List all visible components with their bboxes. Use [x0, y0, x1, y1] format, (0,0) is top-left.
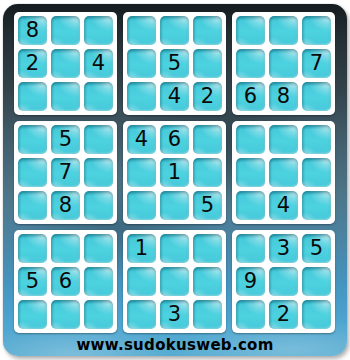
cell-r2c8[interactable] — [269, 49, 298, 78]
cell-r8c3[interactable] — [84, 267, 113, 296]
cell-r8c7[interactable]: 9 — [236, 267, 265, 296]
cell-r5c9[interactable] — [302, 158, 331, 187]
cell-r5c4[interactable] — [127, 158, 156, 187]
box-1-0: 578 — [14, 121, 117, 224]
cell-r3c7[interactable]: 6 — [236, 82, 265, 111]
cell-r5c7[interactable] — [236, 158, 265, 187]
cell-r7c7[interactable] — [236, 234, 265, 263]
cell-r9c9[interactable] — [302, 300, 331, 329]
cell-r3c8[interactable]: 8 — [269, 82, 298, 111]
cell-r1c3[interactable] — [84, 16, 113, 45]
sudoku-widget: 8245427685784615456133592 www.sudokusweb… — [3, 4, 347, 356]
cell-r4c3[interactable] — [84, 125, 113, 154]
cell-r1c4[interactable] — [127, 16, 156, 45]
cell-r6c2[interactable]: 8 — [51, 191, 80, 220]
cell-r6c7[interactable] — [236, 191, 265, 220]
cell-r1c8[interactable] — [269, 16, 298, 45]
cell-r8c2[interactable]: 6 — [51, 267, 80, 296]
cell-r1c6[interactable] — [193, 16, 222, 45]
cell-r2c6[interactable] — [193, 49, 222, 78]
cell-r5c2[interactable]: 7 — [51, 158, 80, 187]
cell-r4c5[interactable]: 6 — [160, 125, 189, 154]
cell-r9c4[interactable] — [127, 300, 156, 329]
cell-r6c8[interactable]: 4 — [269, 191, 298, 220]
cell-r6c3[interactable] — [84, 191, 113, 220]
box-1-1: 4615 — [123, 121, 226, 224]
cell-r9c3[interactable] — [84, 300, 113, 329]
cell-r3c6[interactable]: 2 — [193, 82, 222, 111]
cell-r4c6[interactable] — [193, 125, 222, 154]
footer: www.sudokusweb.com — [3, 335, 347, 355]
cell-r8c1[interactable]: 5 — [18, 267, 47, 296]
cell-r5c1[interactable] — [18, 158, 47, 187]
cell-r8c9[interactable] — [302, 267, 331, 296]
cell-r2c2[interactable] — [51, 49, 80, 78]
cell-r9c6[interactable] — [193, 300, 222, 329]
cell-r4c9[interactable] — [302, 125, 331, 154]
cell-r7c9[interactable]: 5 — [302, 234, 331, 263]
cell-r4c4[interactable]: 4 — [127, 125, 156, 154]
cell-r3c1[interactable] — [18, 82, 47, 111]
cell-r6c4[interactable] — [127, 191, 156, 220]
cell-r2c4[interactable] — [127, 49, 156, 78]
cell-r6c5[interactable] — [160, 191, 189, 220]
cell-r2c9[interactable]: 7 — [302, 49, 331, 78]
site-url-link[interactable]: www.sudokusweb.com — [76, 336, 273, 354]
box-1-2: 4 — [232, 121, 335, 224]
cell-r2c3[interactable]: 4 — [84, 49, 113, 78]
box-2-0: 56 — [14, 230, 117, 333]
cell-r4c2[interactable]: 5 — [51, 125, 80, 154]
cell-r8c4[interactable] — [127, 267, 156, 296]
cell-r1c2[interactable] — [51, 16, 80, 45]
cell-r3c9[interactable] — [302, 82, 331, 111]
cell-r8c5[interactable] — [160, 267, 189, 296]
cell-r3c4[interactable] — [127, 82, 156, 111]
box-0-1: 542 — [123, 12, 226, 115]
cell-r9c2[interactable] — [51, 300, 80, 329]
cell-r9c1[interactable] — [18, 300, 47, 329]
cell-r9c5[interactable]: 3 — [160, 300, 189, 329]
cell-r5c3[interactable] — [84, 158, 113, 187]
cell-r5c8[interactable] — [269, 158, 298, 187]
cell-r7c3[interactable] — [84, 234, 113, 263]
cell-r7c6[interactable] — [193, 234, 222, 263]
cell-r7c1[interactable] — [18, 234, 47, 263]
box-2-2: 3592 — [232, 230, 335, 333]
cell-r2c5[interactable]: 5 — [160, 49, 189, 78]
cell-r9c8[interactable]: 2 — [269, 300, 298, 329]
cell-r3c2[interactable] — [51, 82, 80, 111]
cell-r4c7[interactable] — [236, 125, 265, 154]
cell-r5c6[interactable] — [193, 158, 222, 187]
cell-r2c1[interactable]: 2 — [18, 49, 47, 78]
cell-r1c5[interactable] — [160, 16, 189, 45]
cell-r6c9[interactable] — [302, 191, 331, 220]
cell-r7c2[interactable] — [51, 234, 80, 263]
cell-r1c9[interactable] — [302, 16, 331, 45]
cell-r4c1[interactable] — [18, 125, 47, 154]
cell-r3c3[interactable] — [84, 82, 113, 111]
cell-r9c7[interactable] — [236, 300, 265, 329]
cell-r1c7[interactable] — [236, 16, 265, 45]
cell-r6c1[interactable] — [18, 191, 47, 220]
cell-r5c5[interactable]: 1 — [160, 158, 189, 187]
cell-r7c5[interactable] — [160, 234, 189, 263]
cell-r7c4[interactable]: 1 — [127, 234, 156, 263]
cell-r8c6[interactable] — [193, 267, 222, 296]
cell-r7c8[interactable]: 3 — [269, 234, 298, 263]
box-0-0: 824 — [14, 12, 117, 115]
cell-r3c5[interactable]: 4 — [160, 82, 189, 111]
cell-r8c8[interactable] — [269, 267, 298, 296]
cell-r6c6[interactable]: 5 — [193, 191, 222, 220]
box-0-2: 768 — [232, 12, 335, 115]
cell-r1c1[interactable]: 8 — [18, 16, 47, 45]
cell-r2c7[interactable] — [236, 49, 265, 78]
cell-r4c8[interactable] — [269, 125, 298, 154]
sudoku-board: 8245427685784615456133592 — [14, 12, 335, 333]
box-2-1: 13 — [123, 230, 226, 333]
